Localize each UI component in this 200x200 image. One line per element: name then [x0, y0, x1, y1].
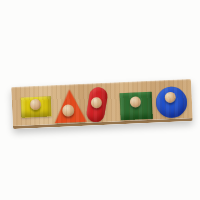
puzzle-board: [11, 79, 193, 129]
photo-background: [0, 0, 200, 200]
